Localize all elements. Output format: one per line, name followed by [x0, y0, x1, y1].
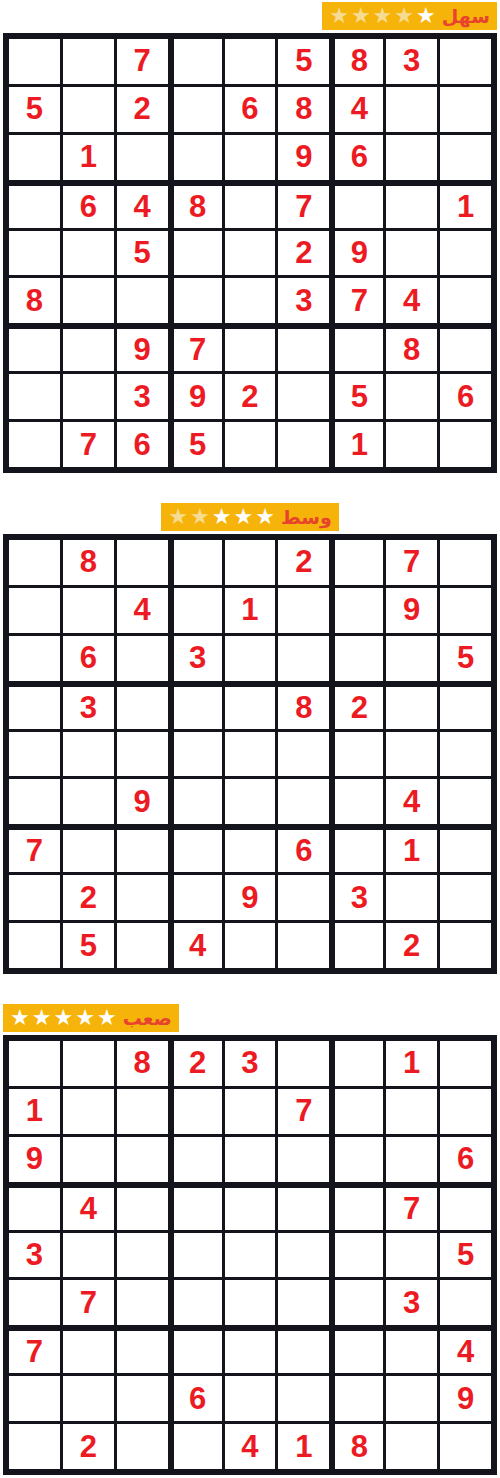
cell-r9-c5[interactable]	[225, 422, 276, 467]
difficulty-label: صعب	[123, 1009, 172, 1028]
star-filled-icon: ★	[97, 1007, 117, 1029]
cell-r8-c6[interactable]	[278, 1376, 329, 1421]
cell-r5-c5[interactable]	[225, 231, 276, 276]
cell-r9-c1[interactable]	[9, 923, 60, 968]
cell-r2-c3[interactable]: 2	[117, 87, 168, 132]
cell-r4-c2[interactable]: 3	[63, 684, 114, 729]
cell-r9-c2[interactable]: 5	[63, 923, 114, 968]
cell-r7-c9[interactable]	[440, 326, 491, 371]
cell-r9-c2[interactable]: 7	[63, 422, 114, 467]
cell-r9-c6[interactable]	[278, 923, 329, 968]
cell-r8-c8[interactable]	[386, 875, 437, 920]
cell-r9-c6[interactable]	[278, 422, 329, 467]
cell-r1-c6[interactable]	[278, 1041, 329, 1086]
difficulty-label: سهل	[442, 7, 490, 26]
cell-r4-c8[interactable]: 7	[386, 1185, 437, 1230]
star-filled-icon: ★	[212, 506, 232, 528]
cell-r8-c6[interactable]	[278, 374, 329, 419]
cell-r4-c6[interactable]: 7	[278, 183, 329, 228]
cell-r3-c4[interactable]: 3	[171, 636, 222, 681]
cell-r7-c8[interactable]	[386, 1328, 437, 1373]
cell-r3-c6[interactable]	[278, 1137, 329, 1182]
cell-r2-c7[interactable]: 4	[332, 87, 383, 132]
cell-r7-c1[interactable]: 7	[9, 1328, 60, 1373]
cell-r1-c9[interactable]	[440, 540, 491, 585]
cell-r3-c2[interactable]	[63, 1137, 114, 1182]
cell-r3-c7[interactable]: 6	[332, 135, 383, 180]
cell-r9-c2[interactable]: 2	[63, 1424, 114, 1469]
cell-r6-c6[interactable]	[278, 1280, 329, 1325]
cell-r6-c4[interactable]	[171, 779, 222, 824]
cell-r6-c8[interactable]: 4	[386, 278, 437, 323]
difficulty-stars: ★★★★★	[168, 506, 275, 528]
cell-r7-c1[interactable]	[9, 326, 60, 371]
cell-r6-c3[interactable]	[117, 1280, 168, 1325]
cell-r9-c3[interactable]: 6	[117, 422, 168, 467]
difficulty-banner-medium: ★★★★★ وسط	[161, 503, 339, 531]
cell-r7-c3[interactable]: 9	[117, 326, 168, 371]
cell-r9-c5[interactable]: 4	[225, 1424, 276, 1469]
cell-r6-c3[interactable]: 9	[117, 779, 168, 824]
cell-r7-c6[interactable]	[278, 326, 329, 371]
cell-r2-c1[interactable]: 1	[9, 1089, 60, 1134]
cell-r5-c6[interactable]	[278, 1233, 329, 1278]
cell-r8-c7[interactable]: 5	[332, 374, 383, 419]
puzzle-medium: ★★★★★ وسط 82741963538294761293542	[0, 503, 500, 974]
cell-r1-c4[interactable]	[171, 39, 222, 84]
cell-r3-c3[interactable]	[117, 135, 168, 180]
difficulty-banner-easy: ★★★★★ سهل	[322, 2, 497, 30]
cell-r4-c7[interactable]	[332, 1185, 383, 1230]
cell-r2-c4[interactable]	[171, 87, 222, 132]
cell-r9-c6[interactable]: 1	[278, 1424, 329, 1469]
cell-r8-c1[interactable]	[9, 1376, 60, 1421]
cell-r8-c4[interactable]	[171, 875, 222, 920]
cell-r1-c1[interactable]	[9, 1041, 60, 1086]
cell-r1-c2[interactable]	[63, 1041, 114, 1086]
difficulty-stars: ★★★★★	[329, 5, 436, 27]
star-empty-icon: ★	[373, 5, 393, 27]
cell-r5-c9[interactable]: 5	[440, 1233, 491, 1278]
cell-r7-c5[interactable]	[225, 326, 276, 371]
cell-r8-c8[interactable]	[386, 374, 437, 419]
cell-r3-c8[interactable]	[386, 636, 437, 681]
cell-r7-c4[interactable]	[171, 1328, 222, 1373]
cell-r9-c8[interactable]	[386, 1424, 437, 1469]
cell-r2-c3[interactable]	[117, 1089, 168, 1134]
cell-r4-c1[interactable]	[9, 1185, 60, 1230]
cell-r5-c7[interactable]: 9	[332, 231, 383, 276]
cell-r1-c3[interactable]: 8	[117, 1041, 168, 1086]
cell-r7-c9[interactable]	[440, 827, 491, 872]
cell-r7-c4[interactable]: 7	[171, 326, 222, 371]
cell-r8-c6[interactable]	[278, 875, 329, 920]
cell-r4-c3[interactable]	[117, 684, 168, 729]
cell-r4-c5[interactable]	[225, 1185, 276, 1230]
cell-r6-c4[interactable]	[171, 1280, 222, 1325]
cell-r1-c9[interactable]	[440, 39, 491, 84]
cell-r6-c4[interactable]	[171, 278, 222, 323]
cell-r8-c5[interactable]: 9	[225, 875, 276, 920]
cell-r4-c8[interactable]	[386, 684, 437, 729]
cell-r1-c6[interactable]: 5	[278, 39, 329, 84]
sudoku-sheet: ★★★★★ سهل 758352684196648715298374978392…	[0, 0, 500, 1478]
banner-row-hard: ★★★★★ صعب	[3, 1004, 497, 1032]
cell-r5-c1[interactable]	[9, 732, 60, 777]
cell-r8-c1[interactable]	[9, 374, 60, 419]
star-empty-icon: ★	[190, 506, 210, 528]
cell-r5-c7[interactable]	[332, 1233, 383, 1278]
cell-r6-c9[interactable]	[440, 779, 491, 824]
cell-r6-c2[interactable]: 7	[63, 1280, 114, 1325]
cell-r2-c7[interactable]	[332, 1089, 383, 1134]
cell-r7-c2[interactable]	[63, 326, 114, 371]
cell-r3-c4[interactable]	[171, 1137, 222, 1182]
cell-r4-c5[interactable]	[225, 684, 276, 729]
cell-r6-c5[interactable]	[225, 1280, 276, 1325]
cell-r5-c6[interactable]: 2	[278, 231, 329, 276]
cell-r1-c9[interactable]	[440, 1041, 491, 1086]
cell-r1-c3[interactable]	[117, 540, 168, 585]
puzzle-easy: ★★★★★ سهل 758352684196648715298374978392…	[0, 2, 500, 473]
cell-r7-c2[interactable]	[63, 827, 114, 872]
cell-r5-c7[interactable]	[332, 732, 383, 777]
cell-r1-c1[interactable]	[9, 540, 60, 585]
cell-r6-c7[interactable]: 7	[332, 278, 383, 323]
cell-r6-c2[interactable]	[63, 779, 114, 824]
cell-r9-c9[interactable]	[440, 1424, 491, 1469]
cell-r2-c9[interactable]	[440, 87, 491, 132]
cell-r1-c7[interactable]: 8	[332, 39, 383, 84]
cell-r8-c9[interactable]	[440, 875, 491, 920]
cell-r4-c4[interactable]	[171, 684, 222, 729]
star-filled-icon: ★	[53, 1007, 73, 1029]
cell-r7-c1[interactable]: 7	[9, 827, 60, 872]
cell-r9-c3[interactable]	[117, 923, 168, 968]
cell-r2-c4[interactable]	[171, 588, 222, 633]
cell-r9-c8[interactable]	[386, 422, 437, 467]
cell-r1-c2[interactable]	[63, 39, 114, 84]
cell-r5-c8[interactable]	[386, 1233, 437, 1278]
cell-r6-c5[interactable]	[225, 779, 276, 824]
cell-r2-c3[interactable]: 4	[117, 588, 168, 633]
sudoku-grid-easy: 758352684196648715298374978392567651	[3, 33, 497, 473]
cell-r7-c5[interactable]	[225, 827, 276, 872]
cell-r3-c5[interactable]	[225, 135, 276, 180]
cell-r7-c7[interactable]	[332, 827, 383, 872]
star-filled-icon: ★	[255, 506, 275, 528]
cell-r2-c9[interactable]	[440, 1089, 491, 1134]
cell-r8-c4[interactable]: 6	[171, 1376, 222, 1421]
cell-r5-c5[interactable]	[225, 1233, 276, 1278]
cell-r1-c6[interactable]: 2	[278, 540, 329, 585]
star-filled-icon: ★	[32, 1007, 52, 1029]
cell-r9-c7[interactable]	[332, 923, 383, 968]
cell-r1-c3[interactable]: 7	[117, 39, 168, 84]
cell-r3-c2[interactable]: 1	[63, 135, 114, 180]
cell-r8-c2[interactable]	[63, 374, 114, 419]
cell-r2-c6[interactable]: 8	[278, 87, 329, 132]
cell-r3-c3[interactable]	[117, 1137, 168, 1182]
cell-r2-c2[interactable]	[63, 588, 114, 633]
cell-r5-c8[interactable]	[386, 732, 437, 777]
cell-r3-c5[interactable]	[225, 1137, 276, 1182]
cell-r4-c3[interactable]	[117, 1185, 168, 1230]
cell-r9-c4[interactable]: 4	[171, 923, 222, 968]
cell-r8-c2[interactable]	[63, 1376, 114, 1421]
star-filled-icon: ★	[416, 5, 436, 27]
cell-r3-c5[interactable]	[225, 636, 276, 681]
cell-r2-c2[interactable]	[63, 1089, 114, 1134]
cell-r4-c8[interactable]	[386, 183, 437, 228]
cell-r5-c6[interactable]	[278, 732, 329, 777]
cell-r7-c3[interactable]	[117, 1328, 168, 1373]
cell-r3-c1[interactable]: 9	[9, 1137, 60, 1182]
cell-r6-c1[interactable]: 8	[9, 278, 60, 323]
cell-r3-c8[interactable]	[386, 1137, 437, 1182]
cell-r3-c9[interactable]	[440, 135, 491, 180]
cell-r9-c1[interactable]	[9, 422, 60, 467]
star-empty-icon: ★	[351, 5, 371, 27]
cell-r6-c1[interactable]	[9, 1280, 60, 1325]
cell-r9-c3[interactable]	[117, 1424, 168, 1469]
cell-r5-c4[interactable]	[171, 231, 222, 276]
cell-r2-c8[interactable]	[386, 87, 437, 132]
cell-r3-c2[interactable]: 6	[63, 636, 114, 681]
cell-r7-c6[interactable]: 6	[278, 827, 329, 872]
cell-r8-c2[interactable]: 2	[63, 875, 114, 920]
cell-r2-c8[interactable]	[386, 1089, 437, 1134]
cell-r8-c3[interactable]	[117, 1376, 168, 1421]
cell-r6-c9[interactable]	[440, 1280, 491, 1325]
cell-r4-c7[interactable]	[332, 183, 383, 228]
cell-r5-c4[interactable]	[171, 732, 222, 777]
cell-r7-c4[interactable]	[171, 827, 222, 872]
cell-r1-c8[interactable]: 7	[386, 540, 437, 585]
cell-r5-c8[interactable]	[386, 231, 437, 276]
cell-r5-c2[interactable]	[63, 732, 114, 777]
cell-r9-c7[interactable]: 1	[332, 422, 383, 467]
cell-r2-c8[interactable]: 9	[386, 588, 437, 633]
cell-r9-c8[interactable]: 2	[386, 923, 437, 968]
cell-r9-c9[interactable]	[440, 422, 491, 467]
cell-r4-c9[interactable]: 1	[440, 183, 491, 228]
cell-r5-c1[interactable]	[9, 231, 60, 276]
cell-r8-c5[interactable]	[225, 1376, 276, 1421]
cell-r7-c8[interactable]: 8	[386, 326, 437, 371]
sudoku-grid-medium: 82741963538294761293542	[3, 534, 497, 974]
cell-r9-c4[interactable]	[171, 1424, 222, 1469]
cell-r8-c1[interactable]	[9, 875, 60, 920]
cell-r6-c6[interactable]: 3	[278, 278, 329, 323]
cell-r4-c4[interactable]: 8	[171, 183, 222, 228]
cell-r6-c2[interactable]	[63, 278, 114, 323]
cell-r5-c3[interactable]: 5	[117, 231, 168, 276]
cell-r7-c2[interactable]	[63, 1328, 114, 1373]
cell-r5-c9[interactable]	[440, 231, 491, 276]
cell-r9-c9[interactable]	[440, 923, 491, 968]
cell-r8-c7[interactable]: 3	[332, 875, 383, 920]
cell-r8-c3[interactable]	[117, 875, 168, 920]
cell-r8-c9[interactable]: 9	[440, 1376, 491, 1421]
cell-r3-c9[interactable]: 6	[440, 1137, 491, 1182]
cell-r1-c8[interactable]: 1	[386, 1041, 437, 1086]
cell-r1-c5[interactable]: 3	[225, 1041, 276, 1086]
cell-r1-c1[interactable]	[9, 39, 60, 84]
cell-r3-c1[interactable]	[9, 636, 60, 681]
cell-r3-c9[interactable]: 5	[440, 636, 491, 681]
star-filled-icon: ★	[10, 1007, 30, 1029]
cell-r6-c8[interactable]: 3	[386, 1280, 437, 1325]
cell-r9-c5[interactable]	[225, 923, 276, 968]
star-empty-icon: ★	[394, 5, 414, 27]
cell-r7-c3[interactable]	[117, 827, 168, 872]
cell-r8-c7[interactable]	[332, 1376, 383, 1421]
difficulty-stars: ★★★★★	[10, 1007, 117, 1029]
star-empty-icon: ★	[168, 506, 188, 528]
cell-r4-c2[interactable]: 4	[63, 1185, 114, 1230]
cell-r2-c4[interactable]	[171, 1089, 222, 1134]
cell-r3-c8[interactable]	[386, 135, 437, 180]
cell-r1-c8[interactable]: 3	[386, 39, 437, 84]
cell-r4-c9[interactable]	[440, 1185, 491, 1230]
cell-r2-c1[interactable]: 5	[9, 87, 60, 132]
cell-r2-c5[interactable]	[225, 1089, 276, 1134]
banner-row-medium: ★★★★★ وسط	[3, 503, 497, 531]
cell-r2-c6[interactable]: 7	[278, 1089, 329, 1134]
cell-r2-c2[interactable]	[63, 87, 114, 132]
cell-r3-c6[interactable]	[278, 636, 329, 681]
cell-r8-c8[interactable]	[386, 1376, 437, 1421]
cell-r4-c5[interactable]	[225, 183, 276, 228]
cell-r9-c1[interactable]	[9, 1424, 60, 1469]
difficulty-banner-hard: ★★★★★ صعب	[3, 1004, 179, 1032]
cell-r4-c2[interactable]: 6	[63, 183, 114, 228]
cell-r8-c9[interactable]: 6	[440, 374, 491, 419]
cell-r5-c5[interactable]	[225, 732, 276, 777]
cell-r6-c8[interactable]: 4	[386, 779, 437, 824]
cell-r1-c7[interactable]	[332, 1041, 383, 1086]
cell-r5-c9[interactable]	[440, 732, 491, 777]
cell-r4-c6[interactable]: 8	[278, 684, 329, 729]
cell-r1-c5[interactable]	[225, 540, 276, 585]
cell-r4-c3[interactable]: 4	[117, 183, 168, 228]
cell-r5-c2[interactable]	[63, 231, 114, 276]
cell-r2-c6[interactable]	[278, 588, 329, 633]
cell-r7-c5[interactable]	[225, 1328, 276, 1373]
cell-r5-c3[interactable]	[117, 1233, 168, 1278]
cell-r8-c4[interactable]: 9	[171, 374, 222, 419]
cell-r5-c3[interactable]	[117, 732, 168, 777]
star-empty-icon: ★	[329, 5, 349, 27]
cell-r6-c7[interactable]	[332, 779, 383, 824]
star-filled-icon: ★	[233, 506, 253, 528]
cell-r4-c4[interactable]	[171, 1185, 222, 1230]
star-filled-icon: ★	[75, 1007, 95, 1029]
banner-row-easy: ★★★★★ سهل	[3, 2, 497, 30]
cell-r5-c2[interactable]	[63, 1233, 114, 1278]
cell-r2-c5[interactable]: 1	[225, 588, 276, 633]
cell-r9-c4[interactable]: 5	[171, 422, 222, 467]
cell-r2-c1[interactable]	[9, 588, 60, 633]
puzzle-hard: ★★★★★ صعب 8231179647357374692418	[0, 1004, 500, 1475]
cell-r1-c7[interactable]	[332, 540, 383, 585]
cell-r3-c6[interactable]: 9	[278, 135, 329, 180]
cell-r5-c1[interactable]: 3	[9, 1233, 60, 1278]
cell-r1-c4[interactable]: 2	[171, 1041, 222, 1086]
cell-r5-c4[interactable]	[171, 1233, 222, 1278]
cell-r4-c1[interactable]	[9, 684, 60, 729]
difficulty-label: وسط	[281, 508, 332, 527]
cell-r7-c9[interactable]: 4	[440, 1328, 491, 1373]
cell-r4-c9[interactable]	[440, 684, 491, 729]
cell-r7-c7[interactable]	[332, 326, 383, 371]
cell-r2-c9[interactable]	[440, 588, 491, 633]
cell-r4-c6[interactable]	[278, 1185, 329, 1230]
cell-r2-c5[interactable]: 6	[225, 87, 276, 132]
cell-r8-c5[interactable]: 2	[225, 374, 276, 419]
cell-r3-c7[interactable]	[332, 636, 383, 681]
cell-r3-c1[interactable]	[9, 135, 60, 180]
cell-r4-c1[interactable]	[9, 183, 60, 228]
cell-r3-c4[interactable]	[171, 135, 222, 180]
cell-r7-c7[interactable]	[332, 1328, 383, 1373]
cell-r6-c5[interactable]	[225, 278, 276, 323]
cell-r7-c6[interactable]	[278, 1328, 329, 1373]
cell-r9-c7[interactable]: 8	[332, 1424, 383, 1469]
cell-r1-c4[interactable]	[171, 540, 222, 585]
cell-r7-c8[interactable]: 1	[386, 827, 437, 872]
cell-r6-c6[interactable]	[278, 779, 329, 824]
cell-r2-c7[interactable]	[332, 588, 383, 633]
cell-r4-c7[interactable]: 2	[332, 684, 383, 729]
cell-r6-c9[interactable]	[440, 278, 491, 323]
cell-r6-c3[interactable]	[117, 278, 168, 323]
cell-r6-c1[interactable]	[9, 779, 60, 824]
cell-r3-c3[interactable]	[117, 636, 168, 681]
cell-r8-c3[interactable]: 3	[117, 374, 168, 419]
sudoku-grid-hard: 8231179647357374692418	[3, 1035, 497, 1475]
cell-r1-c2[interactable]: 8	[63, 540, 114, 585]
cell-r1-c5[interactable]	[225, 39, 276, 84]
cell-r6-c7[interactable]	[332, 1280, 383, 1325]
cell-r3-c7[interactable]	[332, 1137, 383, 1182]
